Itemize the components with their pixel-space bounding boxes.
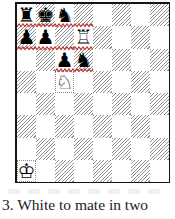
square-g8[interactable] <box>131 4 150 26</box>
square-e3[interactable] <box>93 115 112 137</box>
square-b2[interactable] <box>36 138 55 160</box>
square-b3[interactable] <box>36 115 55 137</box>
square-b4[interactable] <box>36 93 55 115</box>
black-knight-d6: ♞ <box>75 49 93 71</box>
square-c4[interactable] <box>55 93 74 115</box>
square-f5[interactable] <box>112 71 131 93</box>
square-f7[interactable] <box>112 26 131 48</box>
square-g2[interactable] <box>131 138 150 160</box>
square-b8[interactable]: ♚ <box>36 4 55 26</box>
square-d4[interactable] <box>74 93 93 115</box>
square-f8[interactable] <box>112 4 131 26</box>
square-e2[interactable] <box>93 138 112 160</box>
square-e7[interactable] <box>93 26 112 48</box>
square-e6[interactable] <box>93 49 112 71</box>
square-b6[interactable] <box>36 49 55 71</box>
square-d2[interactable] <box>74 138 93 160</box>
square-h3[interactable] <box>150 115 169 137</box>
square-a7[interactable]: ♟ <box>17 26 36 48</box>
square-c3[interactable] <box>55 115 74 137</box>
square-a3[interactable] <box>17 115 36 137</box>
black-rook-a8: ♜ <box>18 4 36 26</box>
square-a1[interactable]: ♔ <box>17 160 36 182</box>
square-c8[interactable]: ♞ <box>55 4 74 26</box>
square-d6[interactable]: ♞ <box>74 49 93 71</box>
square-h7[interactable] <box>150 26 169 48</box>
square-g7[interactable] <box>131 26 150 48</box>
puzzle-caption: 3. White to mate in two <box>2 196 173 214</box>
square-f1[interactable] <box>112 160 131 182</box>
black-knight-c8: ♞ <box>56 4 74 26</box>
square-e1[interactable] <box>93 160 112 182</box>
square-a2[interactable] <box>17 138 36 160</box>
square-c6[interactable]: ♟ <box>55 49 74 71</box>
square-f4[interactable] <box>112 93 131 115</box>
square-a8[interactable]: ♜ <box>17 4 36 26</box>
square-d3[interactable] <box>74 115 93 137</box>
square-b7[interactable]: ♟ <box>36 26 55 48</box>
square-d7[interactable]: ♖ <box>74 26 93 48</box>
white-king-a1: ♔ <box>18 160 36 182</box>
square-h1[interactable] <box>150 160 169 182</box>
chess-board: ♜♚♞♟♟♖♟♞♘♔ <box>15 2 170 183</box>
square-f6[interactable] <box>112 49 131 71</box>
square-f2[interactable] <box>112 138 131 160</box>
print-smudge <box>8 189 160 194</box>
square-f3[interactable] <box>112 115 131 137</box>
square-e5[interactable] <box>93 71 112 93</box>
square-a5[interactable] <box>17 71 36 93</box>
square-c1[interactable] <box>55 160 74 182</box>
square-c2[interactable] <box>55 138 74 160</box>
square-a4[interactable] <box>17 93 36 115</box>
square-g4[interactable] <box>131 93 150 115</box>
square-h6[interactable] <box>150 49 169 71</box>
square-b1[interactable] <box>36 160 55 182</box>
square-e8[interactable] <box>93 4 112 26</box>
square-h8[interactable] <box>150 4 169 26</box>
square-h2[interactable] <box>150 138 169 160</box>
square-g6[interactable] <box>131 49 150 71</box>
white-rook-d7: ♖ <box>75 26 93 48</box>
square-b5[interactable] <box>36 71 55 93</box>
black-pawn-b7: ♟ <box>37 26 55 48</box>
square-c7[interactable] <box>55 26 74 48</box>
square-d8[interactable] <box>74 4 93 26</box>
square-g3[interactable] <box>131 115 150 137</box>
square-h4[interactable] <box>150 93 169 115</box>
black-pawn-c6: ♟ <box>56 49 74 71</box>
black-pawn-a7: ♟ <box>18 26 36 48</box>
square-d1[interactable] <box>74 160 93 182</box>
square-g1[interactable] <box>131 160 150 182</box>
square-a6[interactable] <box>17 49 36 71</box>
square-g5[interactable] <box>131 71 150 93</box>
square-c5[interactable]: ♘ <box>55 71 74 93</box>
square-h5[interactable] <box>150 71 169 93</box>
square-e4[interactable] <box>93 93 112 115</box>
white-knight-c5: ♘ <box>56 71 74 93</box>
page: ♜♚♞♟♟♖♟♞♘♔ 3. White to mate in two <box>0 0 175 219</box>
black-king-b8: ♚ <box>37 4 55 26</box>
square-d5[interactable] <box>74 71 93 93</box>
